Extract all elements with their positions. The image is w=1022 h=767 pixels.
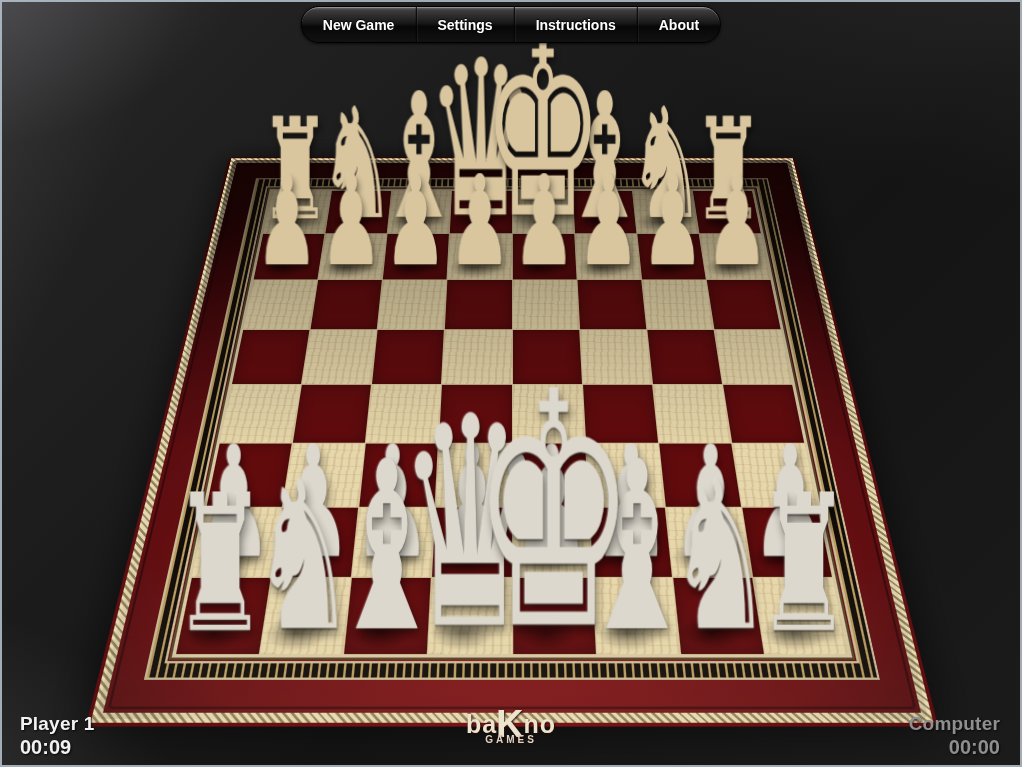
board-scene: ♜♞♝♛♚♝♞♜♟♟♟♟♟♟♟♟♟♟♟♟♟♟♟♟♜♞♝♛♚♝♞♜	[172, 44, 852, 724]
square-h5[interactable]	[714, 330, 791, 383]
square-a8[interactable]	[263, 191, 331, 233]
computer-name: Computer	[909, 713, 1000, 735]
square-e7[interactable]	[512, 234, 576, 280]
board-3d: ♜♞♝♛♚♝♞♜♟♟♟♟♟♟♟♟♟♟♟♟♟♟♟♟♜♞♝♛♚♝♞♜	[86, 157, 938, 727]
square-g8[interactable]	[633, 191, 699, 233]
player1-panel: Player 1 00:09	[20, 713, 95, 759]
piece-glyph: ♜	[172, 491, 268, 639]
bakno-logo: baKno GAMES	[466, 714, 556, 745]
menu-item-about[interactable]: About	[637, 7, 720, 42]
piece-glyph: ♜	[756, 491, 852, 639]
computer-panel: Computer 00:00	[909, 713, 1000, 759]
menu-item-instructions[interactable]: Instructions	[514, 7, 637, 42]
piece-glyph: ♝	[328, 457, 446, 639]
app-window: ♜♞♝♛♚♝♞♜♟♟♟♟♟♟♟♟♟♟♟♟♟♟♟♟♜♞♝♛♚♝♞♜ New Gam…	[0, 0, 1022, 767]
square-a7[interactable]	[254, 234, 325, 280]
player1-clock: 00:09	[20, 736, 95, 759]
square-a5[interactable]	[232, 330, 309, 383]
computer-clock: 00:00	[909, 736, 1000, 759]
square-g6[interactable]	[642, 280, 713, 329]
white-rook-a1[interactable]: ♜	[176, 577, 272, 654]
square-h7[interactable]	[699, 234, 770, 280]
square-g7[interactable]	[637, 234, 706, 280]
square-g5[interactable]	[647, 330, 722, 383]
square-d7[interactable]	[448, 234, 512, 280]
square-c6[interactable]	[378, 280, 447, 329]
white-king-e1[interactable]: ♚	[512, 577, 596, 654]
square-f8[interactable]	[573, 191, 637, 233]
square-d8[interactable]	[450, 191, 511, 233]
piece-glyph: ♚	[472, 385, 636, 638]
menu-item-new-game[interactable]: New Game	[302, 7, 416, 42]
square-a6[interactable]	[243, 280, 317, 329]
square-b8[interactable]	[326, 191, 392, 233]
square-b6[interactable]	[311, 280, 382, 329]
square-c8[interactable]	[388, 191, 452, 233]
bakno-logo-brand: baKno	[466, 714, 556, 734]
square-h8[interactable]	[693, 191, 761, 233]
square-b7[interactable]	[318, 234, 387, 280]
square-e8[interactable]	[512, 191, 573, 233]
player1-name: Player 1	[20, 713, 95, 735]
menu-bar: New GameSettingsInstructionsAbout	[301, 6, 721, 43]
menu-item-settings[interactable]: Settings	[415, 7, 513, 42]
square-c7[interactable]	[383, 234, 449, 280]
white-rook-h1[interactable]: ♜	[752, 577, 848, 654]
square-f7[interactable]	[575, 234, 641, 280]
square-h6[interactable]	[707, 280, 781, 329]
square-b5[interactable]	[302, 330, 377, 383]
white-bishop-c1[interactable]: ♝	[344, 577, 432, 654]
